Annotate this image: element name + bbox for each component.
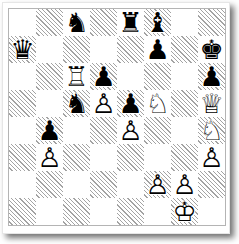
square-d4[interactable] — [90, 117, 117, 144]
white-queen-fill-icon: ♛ — [199, 90, 223, 117]
square-b6[interactable] — [36, 63, 63, 90]
square-c4[interactable] — [63, 117, 90, 144]
square-a2[interactable] — [9, 171, 36, 198]
square-b5[interactable] — [36, 90, 63, 117]
white-pawn-icon: ♙ — [145, 171, 169, 198]
square-b8[interactable] — [36, 9, 63, 36]
square-g2[interactable]: ♟♙ — [171, 171, 198, 198]
square-f4[interactable] — [144, 117, 171, 144]
square-h4[interactable]: ♞♘ — [198, 117, 225, 144]
black-pawn-fill-icon: ♟ — [91, 63, 115, 90]
piece-white-pawn: ♟♙ — [36, 144, 63, 171]
square-h5[interactable]: ♛♕ — [198, 90, 225, 117]
black-pawn-icon: ♟ — [199, 63, 223, 90]
black-bishop-fill-icon: ♝ — [145, 9, 169, 36]
square-a1[interactable] — [9, 198, 36, 225]
square-g1[interactable]: ♚♔ — [171, 198, 198, 225]
square-a4[interactable] — [9, 117, 36, 144]
white-pawn-icon: ♙ — [172, 171, 196, 198]
white-pawn-fill-icon: ♟ — [145, 171, 169, 198]
black-queen-icon: ♛ — [10, 36, 34, 63]
square-f8[interactable]: ♝♝ — [144, 9, 171, 36]
piece-black-knight: ♞♞ — [63, 90, 90, 117]
white-pawn-fill-icon: ♟ — [91, 90, 115, 117]
black-queen-fill-icon: ♛ — [10, 36, 34, 63]
square-g7[interactable] — [171, 36, 198, 63]
black-rook-icon: ♜ — [118, 9, 142, 36]
black-knight-icon: ♞ — [64, 9, 88, 36]
square-d8[interactable] — [90, 9, 117, 36]
piece-black-bishop: ♝♝ — [144, 9, 171, 36]
piece-black-pawn: ♟♟ — [117, 90, 144, 117]
square-e2[interactable] — [117, 171, 144, 198]
square-c1[interactable] — [63, 198, 90, 225]
piece-white-pawn: ♟♙ — [117, 117, 144, 144]
square-d7[interactable] — [90, 36, 117, 63]
square-h2[interactable] — [198, 171, 225, 198]
square-f1[interactable] — [144, 198, 171, 225]
piece-white-pawn: ♟♙ — [90, 90, 117, 117]
black-pawn-fill-icon: ♟ — [118, 90, 142, 117]
white-pawn-icon: ♙ — [199, 144, 223, 171]
square-c7[interactable] — [63, 36, 90, 63]
white-king-fill-icon: ♚ — [172, 198, 196, 225]
piece-black-knight: ♞♞ — [63, 9, 90, 36]
white-pawn-fill-icon: ♟ — [172, 171, 196, 198]
white-king-icon: ♔ — [172, 198, 196, 225]
piece-white-pawn: ♟♙ — [198, 144, 225, 171]
square-a5[interactable] — [9, 90, 36, 117]
square-c5[interactable]: ♞♞ — [63, 90, 90, 117]
square-a8[interactable] — [9, 9, 36, 36]
black-pawn-fill-icon: ♟ — [145, 36, 169, 63]
piece-white-king: ♚♔ — [171, 198, 198, 225]
square-e8[interactable]: ♜♜ — [117, 9, 144, 36]
black-pawn-fill-icon: ♟ — [199, 63, 223, 90]
square-a6[interactable] — [9, 63, 36, 90]
square-g4[interactable] — [171, 117, 198, 144]
black-king-fill-icon: ♚ — [199, 36, 223, 63]
piece-black-queen: ♛♛ — [9, 36, 36, 63]
square-c6[interactable]: ♜♖ — [63, 63, 90, 90]
black-bishop-icon: ♝ — [145, 9, 169, 36]
square-e1[interactable] — [117, 198, 144, 225]
white-pawn-icon: ♙ — [37, 144, 61, 171]
diagram-frame: ♞♞♜♜♝♝♛♛♟♟♚♚♜♖♟♟♟♟♞♞♟♙♟♟♞♘♛♕♟♟♟♙♞♘♟♙♟♙♟♙… — [2, 2, 230, 234]
square-b2[interactable] — [36, 171, 63, 198]
piece-white-knight: ♞♘ — [198, 117, 225, 144]
square-d2[interactable] — [90, 171, 117, 198]
square-g5[interactable] — [171, 90, 198, 117]
square-g3[interactable] — [171, 144, 198, 171]
black-pawn-icon: ♟ — [118, 90, 142, 117]
square-d1[interactable] — [90, 198, 117, 225]
square-h6[interactable]: ♟♟ — [198, 63, 225, 90]
square-d3[interactable] — [90, 144, 117, 171]
square-e7[interactable] — [117, 36, 144, 63]
black-pawn-fill-icon: ♟ — [37, 117, 61, 144]
piece-black-pawn: ♟♟ — [36, 117, 63, 144]
square-b4[interactable]: ♟♟ — [36, 117, 63, 144]
white-rook-fill-icon: ♜ — [64, 63, 88, 90]
square-h8[interactable] — [198, 9, 225, 36]
square-g8[interactable] — [171, 9, 198, 36]
square-a3[interactable] — [9, 144, 36, 171]
square-f6[interactable] — [144, 63, 171, 90]
white-knight-icon: ♘ — [199, 117, 223, 144]
black-pawn-icon: ♟ — [145, 36, 169, 63]
square-d5[interactable]: ♟♙ — [90, 90, 117, 117]
square-c2[interactable] — [63, 171, 90, 198]
piece-white-pawn: ♟♙ — [144, 171, 171, 198]
square-c3[interactable] — [63, 144, 90, 171]
square-h3[interactable]: ♟♙ — [198, 144, 225, 171]
white-pawn-icon: ♙ — [91, 90, 115, 117]
piece-black-king: ♚♚ — [198, 36, 225, 63]
square-f2[interactable]: ♟♙ — [144, 171, 171, 198]
white-rook-icon: ♖ — [64, 63, 88, 90]
square-f5[interactable]: ♞♘ — [144, 90, 171, 117]
square-d6[interactable]: ♟♟ — [90, 63, 117, 90]
black-pawn-icon: ♟ — [91, 63, 115, 90]
black-knight-icon: ♞ — [64, 90, 88, 117]
black-knight-fill-icon: ♞ — [64, 9, 88, 36]
piece-black-pawn: ♟♟ — [198, 63, 225, 90]
piece-white-pawn: ♟♙ — [171, 171, 198, 198]
square-a7[interactable]: ♛♛ — [9, 36, 36, 63]
white-knight-fill-icon: ♞ — [199, 117, 223, 144]
square-e6[interactable] — [117, 63, 144, 90]
chess-board: ♞♞♜♜♝♝♛♛♟♟♚♚♜♖♟♟♟♟♞♞♟♙♟♟♞♘♛♕♟♟♟♙♞♘♟♙♟♙♟♙… — [8, 8, 226, 226]
piece-black-rook: ♜♜ — [117, 9, 144, 36]
black-knight-fill-icon: ♞ — [64, 90, 88, 117]
piece-white-knight: ♞♘ — [144, 90, 171, 117]
square-b3[interactable]: ♟♙ — [36, 144, 63, 171]
square-h1[interactable] — [198, 198, 225, 225]
piece-black-pawn: ♟♟ — [144, 36, 171, 63]
square-b7[interactable] — [36, 36, 63, 63]
piece-black-pawn: ♟♟ — [90, 63, 117, 90]
square-g6[interactable] — [171, 63, 198, 90]
white-pawn-fill-icon: ♟ — [118, 117, 142, 144]
white-knight-icon: ♘ — [145, 90, 169, 117]
square-h7[interactable]: ♚♚ — [198, 36, 225, 63]
white-knight-fill-icon: ♞ — [145, 90, 169, 117]
square-f3[interactable] — [144, 144, 171, 171]
square-e4[interactable]: ♟♙ — [117, 117, 144, 144]
square-c8[interactable]: ♞♞ — [63, 9, 90, 36]
white-pawn-fill-icon: ♟ — [199, 144, 223, 171]
black-rook-fill-icon: ♜ — [118, 9, 142, 36]
square-e5[interactable]: ♟♟ — [117, 90, 144, 117]
white-pawn-icon: ♙ — [118, 117, 142, 144]
white-pawn-fill-icon: ♟ — [37, 144, 61, 171]
piece-white-queen: ♛♕ — [198, 90, 225, 117]
piece-white-rook: ♜♖ — [63, 63, 90, 90]
square-e3[interactable] — [117, 144, 144, 171]
black-king-icon: ♚ — [199, 36, 223, 63]
square-b1[interactable] — [36, 198, 63, 225]
black-pawn-icon: ♟ — [37, 117, 61, 144]
white-queen-icon: ♕ — [199, 90, 223, 117]
square-f7[interactable]: ♟♟ — [144, 36, 171, 63]
